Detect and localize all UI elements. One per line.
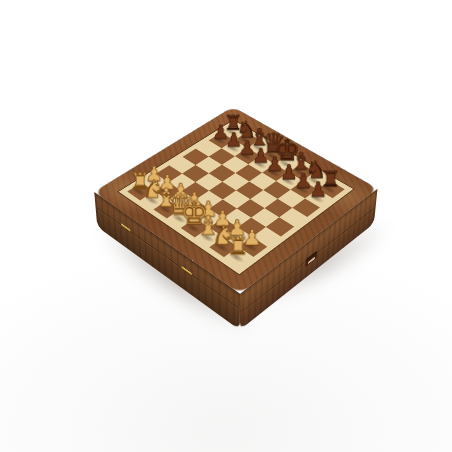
square-h7: ♟ xyxy=(305,189,332,207)
square-h1: ♜ xyxy=(224,247,253,268)
square-g6 xyxy=(278,190,305,208)
piece-glyph: ♜ xyxy=(222,234,253,258)
brass-hinge xyxy=(120,222,130,231)
piece-glyph: ♟ xyxy=(303,179,332,199)
finger-notch xyxy=(305,251,317,268)
scene: ♜♞♝♛♚♝♞♜♟♟♟♟♟♟♟♟♟♟♟♟♟♟♟♟♜♞♝♛♚♝♞♜ xyxy=(0,0,452,452)
